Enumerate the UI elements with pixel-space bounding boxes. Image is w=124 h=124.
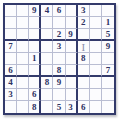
cell-r8c8[interactable] [90,89,102,101]
given-digit: 3 [57,42,62,51]
cell-r8c9[interactable] [102,89,114,101]
cell-r4c1[interactable]: 7 [5,41,17,53]
cell-r5c1[interactable] [5,53,17,65]
cell-r9c9[interactable] [102,101,114,113]
cell-r5c3[interactable]: 1 [29,53,41,65]
cell-r3c9[interactable]: 5 [102,29,114,41]
given-digit: 3 [8,90,13,99]
given-digit: 8 [57,66,62,75]
cell-r5c7[interactable]: 8 [78,53,90,65]
given-digit: 4 [45,6,50,15]
cell-r1c5[interactable]: 6 [53,5,65,17]
given-digit: 9 [68,30,73,39]
cell-r2c8[interactable] [90,17,102,29]
cell-r7c6[interactable] [66,77,78,89]
cell-r1c8[interactable] [90,5,102,17]
cell-r7c7[interactable] [78,77,90,89]
cell-r3c6[interactable]: 9 [66,29,78,41]
cell-r5c6[interactable] [66,53,78,65]
cell-r4c7[interactable]: I [78,41,90,53]
cell-r3c4[interactable] [41,29,53,41]
cell-r1c9[interactable] [102,5,114,17]
cell-r6c7[interactable] [78,65,90,77]
cell-r7c9[interactable] [102,77,114,89]
given-digit: 7 [8,42,13,51]
given-digit: 9 [106,42,111,51]
cell-r5c9[interactable] [102,53,114,65]
cell-r6c6[interactable] [66,65,78,77]
cell-r2c5[interactable] [53,17,65,29]
cell-r3c1[interactable] [5,29,17,41]
cell-r9c8[interactable] [90,101,102,113]
cell-r7c1[interactable]: 4 [5,77,17,89]
given-digit: 3 [68,103,73,112]
given-digit: 7 [106,66,111,75]
given-digit: 4 [8,78,13,87]
cell-r2c4[interactable] [41,17,53,29]
cell-r3c2[interactable] [17,29,29,41]
cell-r4c5[interactable]: 3 [53,41,65,53]
given-digit: 9 [32,6,37,15]
given-digit: 1 [106,18,111,27]
cell-r7c3[interactable] [29,77,41,89]
i-beam-cursor-icon: I [78,41,89,52]
cell-r2c7[interactable]: 2 [78,17,90,29]
cell-r1c6[interactable] [66,5,78,17]
cell-r8c4[interactable] [41,89,53,101]
cell-r6c1[interactable]: 6 [5,65,17,77]
cell-r6c5[interactable]: 8 [53,65,65,77]
cell-r7c8[interactable] [90,77,102,89]
given-digit: 5 [57,103,62,112]
given-digit: 6 [8,66,13,75]
cell-r9c1[interactable] [5,101,17,113]
cell-r3c8[interactable] [90,29,102,41]
cell-r6c4[interactable] [41,65,53,77]
cell-r1c3[interactable]: 9 [29,5,41,17]
cell-r7c2[interactable] [17,77,29,89]
cell-r3c5[interactable]: 2 [53,29,65,41]
given-digit: 6 [32,90,37,99]
cell-r5c8[interactable] [90,53,102,65]
cell-r5c4[interactable] [41,53,53,65]
cell-r9c3[interactable]: 8 [29,101,41,113]
given-digit: 2 [57,30,62,39]
cell-r8c6[interactable] [66,89,78,101]
cell-r1c1[interactable] [5,5,17,17]
cell-r8c1[interactable]: 3 [5,89,17,101]
cell-r4c9[interactable]: 9 [102,41,114,53]
cell-r6c9[interactable]: 7 [102,65,114,77]
cell-r4c2[interactable] [17,41,29,53]
cell-r6c8[interactable] [90,65,102,77]
cell-r6c2[interactable] [17,65,29,77]
cell-r8c5[interactable] [53,89,65,101]
given-digit: 8 [81,54,86,63]
cell-r9c2[interactable] [17,101,29,113]
given-digit: 5 [106,30,111,39]
cell-r3c7[interactable] [78,29,90,41]
cell-r2c1[interactable] [5,17,17,29]
sudoku-board: 94632129573I918687489368536 [3,3,116,115]
cell-r4c8[interactable] [90,41,102,53]
cell-r1c7[interactable]: 3 [78,5,90,17]
given-digit: 1 [32,54,37,63]
cell-r4c4[interactable] [41,41,53,53]
given-digit: 6 [57,6,62,15]
given-digit: 8 [32,103,37,112]
given-digit: 8 [45,78,50,87]
cell-r2c3[interactable] [29,17,41,29]
cell-r2c6[interactable] [66,17,78,29]
cell-r7c4[interactable]: 8 [41,77,53,89]
cell-r7c5[interactable]: 9 [53,77,65,89]
cell-r4c6[interactable] [66,41,78,53]
cell-r9c4[interactable] [41,101,53,113]
given-digit: 9 [57,78,62,87]
cell-r9c6[interactable]: 3 [66,101,78,113]
given-digit: 3 [81,6,86,15]
cell-r2c9[interactable]: 1 [102,17,114,29]
cell-r1c2[interactable] [17,5,29,17]
cell-r1c4[interactable]: 4 [41,5,53,17]
cell-r9c7[interactable]: 6 [78,101,90,113]
cell-r4c3[interactable] [29,41,41,53]
cell-r8c2[interactable] [17,89,29,101]
cell-r3c3[interactable] [29,29,41,41]
given-digit: 2 [81,18,86,27]
cell-r8c3[interactable]: 6 [29,89,41,101]
given-digit: 6 [81,103,86,112]
cell-r5c2[interactable] [17,53,29,65]
cell-r6c3[interactable] [29,65,41,77]
cell-r9c5[interactable]: 5 [53,101,65,113]
cell-r5c5[interactable] [53,53,65,65]
cell-r2c2[interactable] [17,17,29,29]
cell-r8c7[interactable] [78,89,90,101]
